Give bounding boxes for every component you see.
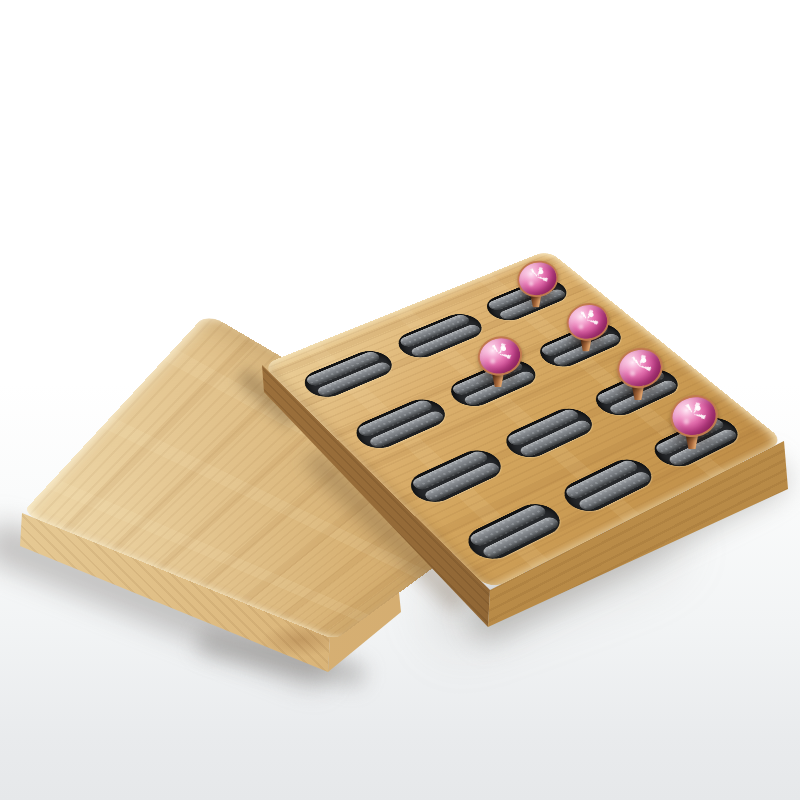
rings-layer	[0, 0, 800, 800]
scene	[0, 0, 800, 800]
